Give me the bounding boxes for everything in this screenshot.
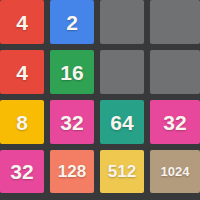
tile-4: 4 bbox=[0, 0, 44, 44]
tile-8: 8 bbox=[0, 100, 44, 144]
tile-64: 64 bbox=[100, 100, 144, 144]
empty-cell bbox=[150, 50, 200, 94]
tile-16: 16 bbox=[50, 50, 94, 94]
empty-cell bbox=[100, 0, 144, 44]
tile-128: 128 bbox=[50, 150, 94, 193]
empty-cell bbox=[150, 0, 200, 44]
tile-32: 32 bbox=[0, 150, 44, 193]
tile-2: 2 bbox=[50, 0, 94, 44]
tile-1024: 1024 bbox=[150, 150, 200, 193]
tile-32: 32 bbox=[150, 100, 200, 144]
tile-4: 4 bbox=[0, 50, 44, 94]
tile-grid: 424168326432321285121024 bbox=[0, 0, 200, 193]
tile-512: 512 bbox=[100, 150, 144, 193]
tile-32: 32 bbox=[50, 100, 94, 144]
board-2048[interactable]: 424168326432321285121024 bbox=[0, 0, 200, 200]
empty-cell bbox=[100, 50, 144, 94]
